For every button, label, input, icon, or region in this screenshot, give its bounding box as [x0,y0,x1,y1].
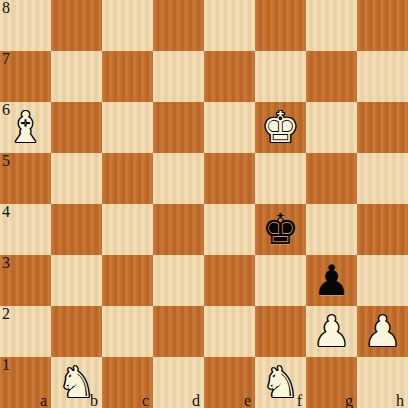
square-h8[interactable] [357,0,408,51]
rank-label-6: 6 [2,102,10,119]
square-d2[interactable] [153,306,204,357]
square-e1[interactable]: e [204,357,255,408]
square-c2[interactable] [102,306,153,357]
chess-board-wrapper: 87♝6♚54♚3♟2♟♟1a♞bcde♞fgh [0,0,408,408]
square-a7[interactable]: 7 [0,51,51,102]
square-f2[interactable] [255,306,306,357]
square-e3[interactable] [204,255,255,306]
square-c8[interactable] [102,0,153,51]
square-b7[interactable] [51,51,102,102]
square-a2[interactable]: 2 [0,306,51,357]
file-label-f: f [297,392,302,408]
white-pawn-piece[interactable]: ♟ [313,306,351,357]
square-g5[interactable] [306,153,357,204]
square-g7[interactable] [306,51,357,102]
square-e4[interactable] [204,204,255,255]
file-label-e: e [244,392,251,408]
file-label-g: g [345,392,353,408]
square-h5[interactable] [357,153,408,204]
square-d6[interactable] [153,102,204,153]
file-label-a: a [40,392,47,408]
square-g8[interactable] [306,0,357,51]
square-a4[interactable]: 4 [0,204,51,255]
square-g3[interactable]: ♟ [306,255,357,306]
square-c5[interactable] [102,153,153,204]
rank-label-3: 3 [2,255,10,272]
file-label-d: d [192,392,200,408]
white-pawn-piece[interactable]: ♟ [364,306,402,357]
square-g1[interactable]: g [306,357,357,408]
square-a5[interactable]: 5 [0,153,51,204]
rank-label-8: 8 [2,0,10,17]
rank-label-1: 1 [2,357,10,374]
square-d8[interactable] [153,0,204,51]
file-label-b: b [90,392,98,408]
rank-label-2: 2 [2,306,10,323]
square-f8[interactable] [255,0,306,51]
square-h7[interactable] [357,51,408,102]
square-a3[interactable]: 3 [0,255,51,306]
square-b3[interactable] [51,255,102,306]
square-a6[interactable]: ♝6 [0,102,51,153]
square-a8[interactable]: 8 [0,0,51,51]
rank-label-4: 4 [2,204,10,221]
file-label-h: h [396,392,404,408]
square-c4[interactable] [102,204,153,255]
square-h6[interactable] [357,102,408,153]
square-g4[interactable] [306,204,357,255]
black-king-piece[interactable]: ♚ [262,204,300,255]
square-f4[interactable]: ♚ [255,204,306,255]
white-king-piece[interactable]: ♚ [262,102,300,153]
white-knight-piece[interactable]: ♞ [262,357,300,408]
square-h4[interactable] [357,204,408,255]
square-b6[interactable] [51,102,102,153]
square-d7[interactable] [153,51,204,102]
square-h1[interactable]: h [357,357,408,408]
square-b4[interactable] [51,204,102,255]
square-e8[interactable] [204,0,255,51]
square-g6[interactable] [306,102,357,153]
black-pawn-piece[interactable]: ♟ [313,255,351,306]
square-e6[interactable] [204,102,255,153]
square-h2[interactable]: ♟ [357,306,408,357]
square-d3[interactable] [153,255,204,306]
square-f3[interactable] [255,255,306,306]
square-e5[interactable] [204,153,255,204]
square-d4[interactable] [153,204,204,255]
chess-board: 87♝6♚54♚3♟2♟♟1a♞bcde♞fgh [0,0,408,408]
square-c6[interactable] [102,102,153,153]
square-e7[interactable] [204,51,255,102]
square-d5[interactable] [153,153,204,204]
rank-label-5: 5 [2,153,10,170]
square-a1[interactable]: 1a [0,357,51,408]
square-h3[interactable] [357,255,408,306]
square-b2[interactable] [51,306,102,357]
square-c3[interactable] [102,255,153,306]
square-c7[interactable] [102,51,153,102]
square-f6[interactable]: ♚ [255,102,306,153]
file-label-c: c [142,392,149,408]
square-c1[interactable]: c [102,357,153,408]
square-d1[interactable]: d [153,357,204,408]
square-f5[interactable] [255,153,306,204]
square-g2[interactable]: ♟ [306,306,357,357]
white-bishop-piece[interactable]: ♝ [7,102,45,153]
rank-label-7: 7 [2,51,10,68]
square-b8[interactable] [51,0,102,51]
square-b5[interactable] [51,153,102,204]
square-f1[interactable]: ♞f [255,357,306,408]
square-f7[interactable] [255,51,306,102]
square-e2[interactable] [204,306,255,357]
square-b1[interactable]: ♞b [51,357,102,408]
